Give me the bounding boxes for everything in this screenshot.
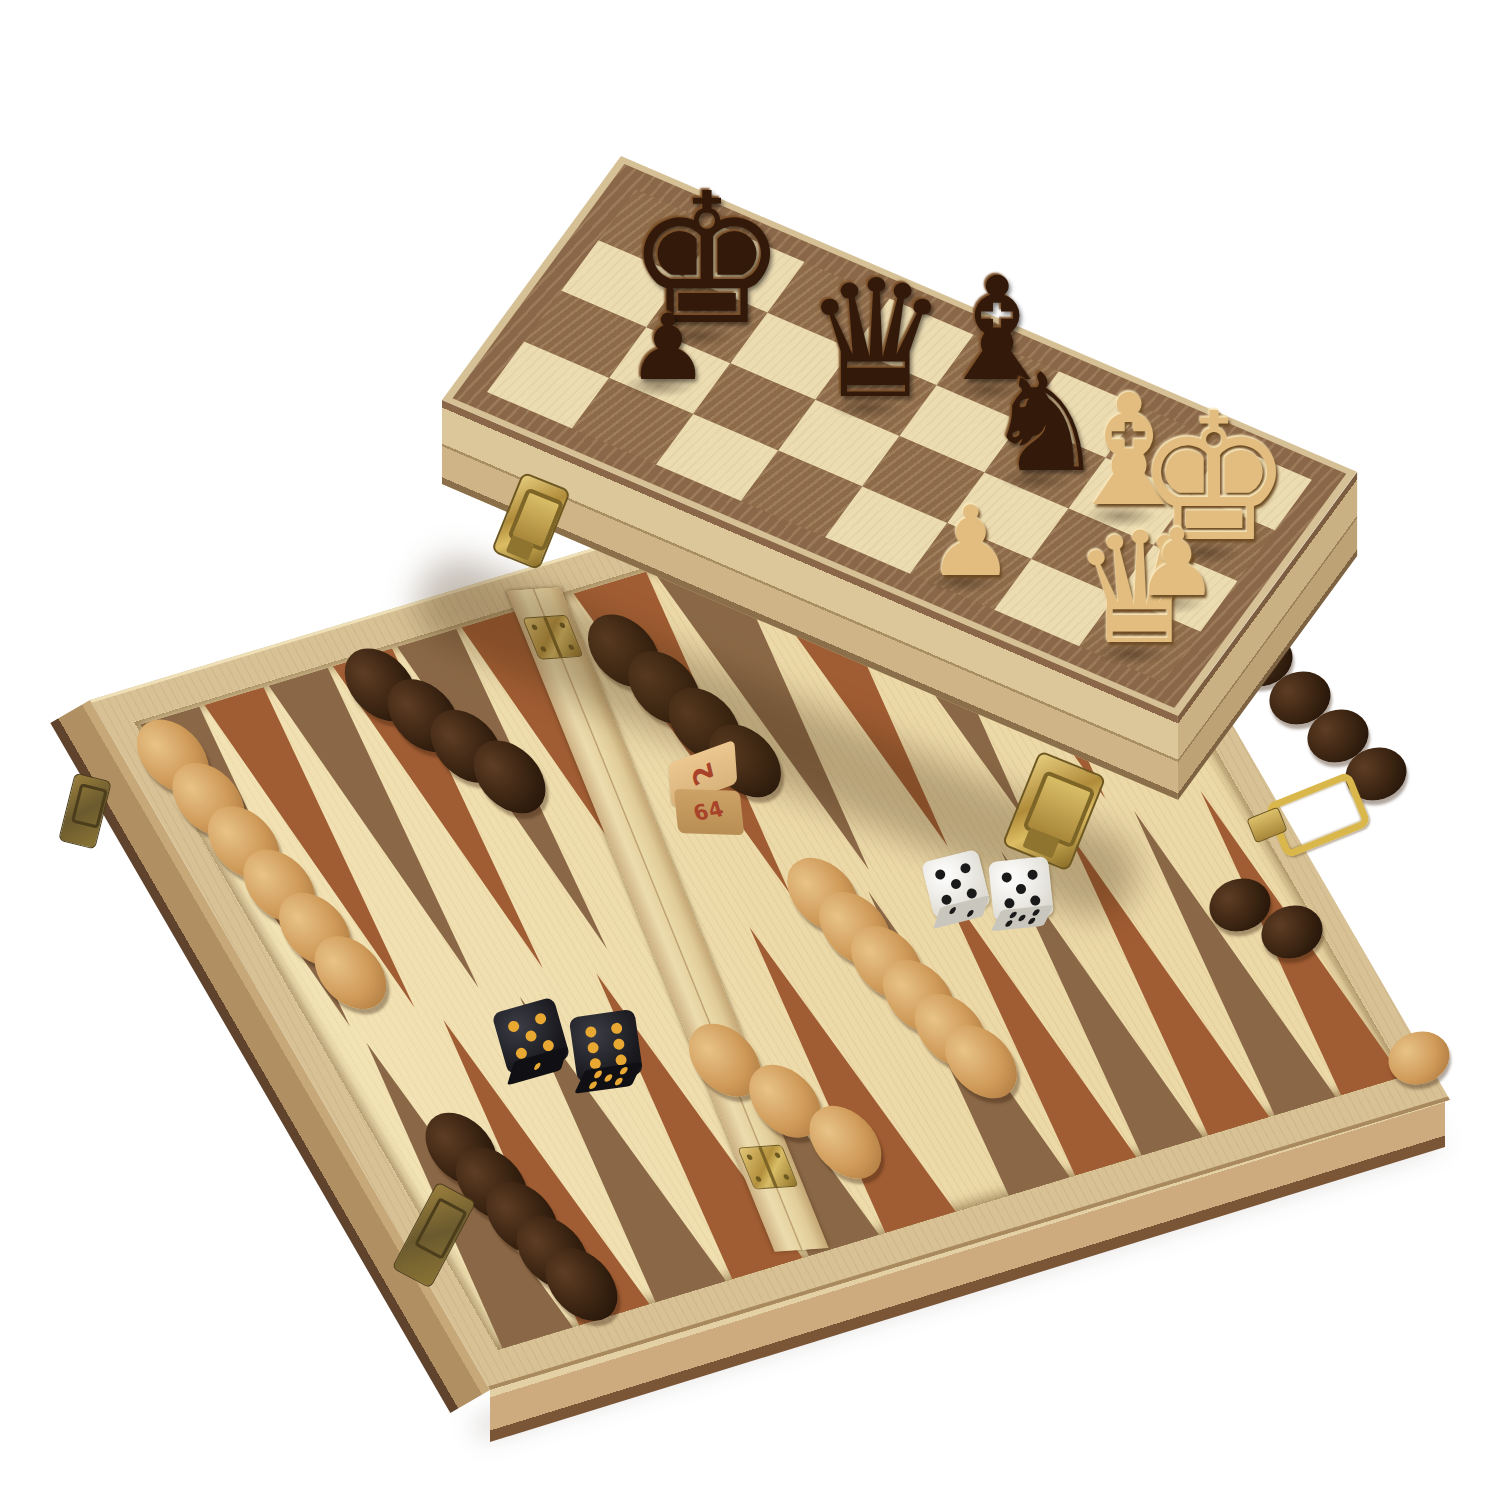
light-pawn-a: ♟	[928, 493, 1015, 590]
bar-hinge-bottom	[737, 1145, 798, 1190]
doubling-cube-front-value: 64	[674, 793, 745, 828]
dark-pawn: ♟	[627, 302, 709, 393]
doubling-cube-front-face: 64	[674, 789, 745, 835]
white-die-2-top-5-front-5	[988, 856, 1054, 922]
doubling-cube: 2 64	[664, 744, 753, 842]
combo-game-set-photo: ♚♟♛♝♞♟♝♚♛♟ 2 64	[0, 0, 1500, 1500]
black-die-2-top-6-front-5	[569, 1009, 644, 1084]
case-clasp-left-wall	[58, 772, 112, 849]
light-pawn-b: ♟	[1135, 517, 1218, 610]
dark-queen: ♛	[803, 258, 949, 421]
